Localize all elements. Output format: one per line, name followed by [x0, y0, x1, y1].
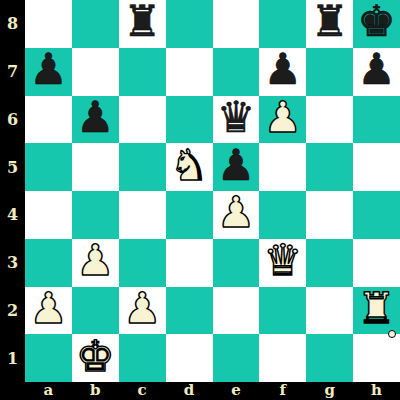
square-c6[interactable] — [119, 96, 166, 144]
square-e3[interactable] — [213, 239, 260, 287]
piece-black-pawn[interactable]: ♟ — [76, 96, 115, 139]
square-e5[interactable]: ♟ — [213, 143, 260, 191]
piece-white-rook[interactable]: ♜ — [357, 287, 396, 330]
piece-black-queen[interactable]: ♛ — [217, 96, 256, 139]
piece-black-rook[interactable]: ♜ — [123, 0, 162, 43]
square-b1[interactable]: ♚ — [72, 334, 119, 382]
piece-white-king[interactable]: ♚ — [76, 335, 115, 378]
square-g8[interactable]: ♜ — [306, 0, 353, 48]
rank-label-3: 3 — [0, 239, 25, 287]
square-h5[interactable] — [353, 143, 400, 191]
square-g4[interactable] — [306, 191, 353, 239]
square-c2[interactable]: ♟ — [119, 287, 166, 335]
piece-black-pawn[interactable]: ♟ — [264, 48, 303, 91]
rank-label-5: 5 — [0, 143, 25, 191]
square-a8[interactable] — [25, 0, 72, 48]
file-label-d: d — [166, 382, 213, 400]
square-a4[interactable] — [25, 191, 72, 239]
piece-black-king[interactable]: ♚ — [357, 0, 396, 43]
piece-white-pawn[interactable]: ♟ — [123, 287, 162, 330]
piece-black-rook[interactable]: ♜ — [310, 0, 349, 43]
file-label-c: c — [119, 382, 166, 400]
square-a5[interactable] — [25, 143, 72, 191]
file-label-e: e — [213, 382, 260, 400]
square-a7[interactable]: ♟ — [25, 48, 72, 96]
square-b6[interactable]: ♟ — [72, 96, 119, 144]
file-label-f: f — [259, 382, 306, 400]
piece-white-knight[interactable]: ♞ — [170, 144, 209, 187]
square-f6[interactable]: ♟ — [259, 96, 306, 144]
rank-labels: 87654321 — [0, 0, 25, 382]
file-labels: abcdefgh — [25, 382, 400, 400]
piece-white-pawn[interactable]: ♟ — [217, 191, 256, 234]
square-g5[interactable] — [306, 143, 353, 191]
square-d6[interactable] — [166, 96, 213, 144]
square-e6[interactable]: ♛ — [213, 96, 260, 144]
chess-board[interactable]: ♜♜♚♟♟♟♟♛♟♞♟♟♟♛♟♟♜♚ — [25, 0, 400, 382]
square-d4[interactable] — [166, 191, 213, 239]
square-f8[interactable] — [259, 0, 306, 48]
piece-black-pawn[interactable]: ♟ — [29, 48, 68, 91]
file-label-b: b — [72, 382, 119, 400]
square-c5[interactable] — [119, 143, 166, 191]
square-a2[interactable]: ♟ — [25, 287, 72, 335]
white-to-move-indicator — [388, 330, 396, 338]
square-a3[interactable] — [25, 239, 72, 287]
square-b5[interactable] — [72, 143, 119, 191]
square-d1[interactable] — [166, 334, 213, 382]
square-c1[interactable] — [119, 334, 166, 382]
square-h2[interactable]: ♜ — [353, 287, 400, 335]
file-label-g: g — [306, 382, 353, 400]
square-f2[interactable] — [259, 287, 306, 335]
rank-label-7: 7 — [0, 48, 25, 96]
file-label-h: h — [353, 382, 400, 400]
square-f1[interactable] — [259, 334, 306, 382]
square-a1[interactable] — [25, 334, 72, 382]
piece-white-pawn[interactable]: ♟ — [29, 287, 68, 330]
square-f3[interactable]: ♛ — [259, 239, 306, 287]
rank-label-6: 6 — [0, 96, 25, 144]
rank-label-8: 8 — [0, 0, 25, 48]
square-c7[interactable] — [119, 48, 166, 96]
square-b2[interactable] — [72, 287, 119, 335]
square-b3[interactable]: ♟ — [72, 239, 119, 287]
square-c4[interactable] — [119, 191, 166, 239]
rank-label-2: 2 — [0, 287, 25, 335]
square-h3[interactable] — [353, 239, 400, 287]
square-b8[interactable] — [72, 0, 119, 48]
piece-white-queen[interactable]: ♛ — [264, 239, 303, 282]
square-h4[interactable] — [353, 191, 400, 239]
square-h8[interactable]: ♚ — [353, 0, 400, 48]
square-g3[interactable] — [306, 239, 353, 287]
square-g7[interactable] — [306, 48, 353, 96]
square-g1[interactable] — [306, 334, 353, 382]
square-c8[interactable]: ♜ — [119, 0, 166, 48]
square-a6[interactable] — [25, 96, 72, 144]
square-f4[interactable] — [259, 191, 306, 239]
piece-white-pawn[interactable]: ♟ — [264, 96, 303, 139]
square-f7[interactable]: ♟ — [259, 48, 306, 96]
piece-white-pawn[interactable]: ♟ — [76, 239, 115, 282]
file-label-a: a — [25, 382, 72, 400]
square-e2[interactable] — [213, 287, 260, 335]
square-c3[interactable] — [119, 239, 166, 287]
chess-diagram: ♜♜♚♟♟♟♟♛♟♞♟♟♟♛♟♟♜♚ 87654321 abcdefgh — [0, 0, 400, 400]
square-d3[interactable] — [166, 239, 213, 287]
square-d2[interactable] — [166, 287, 213, 335]
square-e1[interactable] — [213, 334, 260, 382]
rank-label-4: 4 — [0, 191, 25, 239]
square-b4[interactable] — [72, 191, 119, 239]
square-g6[interactable] — [306, 96, 353, 144]
rank-label-1: 1 — [0, 334, 25, 382]
square-d7[interactable] — [166, 48, 213, 96]
square-h7[interactable]: ♟ — [353, 48, 400, 96]
square-d5[interactable]: ♞ — [166, 143, 213, 191]
square-e4[interactable]: ♟ — [213, 191, 260, 239]
square-d8[interactable] — [166, 0, 213, 48]
square-e8[interactable] — [213, 0, 260, 48]
piece-black-pawn[interactable]: ♟ — [217, 144, 256, 187]
square-g2[interactable] — [306, 287, 353, 335]
square-f5[interactable] — [259, 143, 306, 191]
square-h6[interactable] — [353, 96, 400, 144]
square-e7[interactable] — [213, 48, 260, 96]
square-h1[interactable] — [353, 334, 400, 382]
square-b7[interactable] — [72, 48, 119, 96]
piece-black-pawn[interactable]: ♟ — [357, 48, 396, 91]
